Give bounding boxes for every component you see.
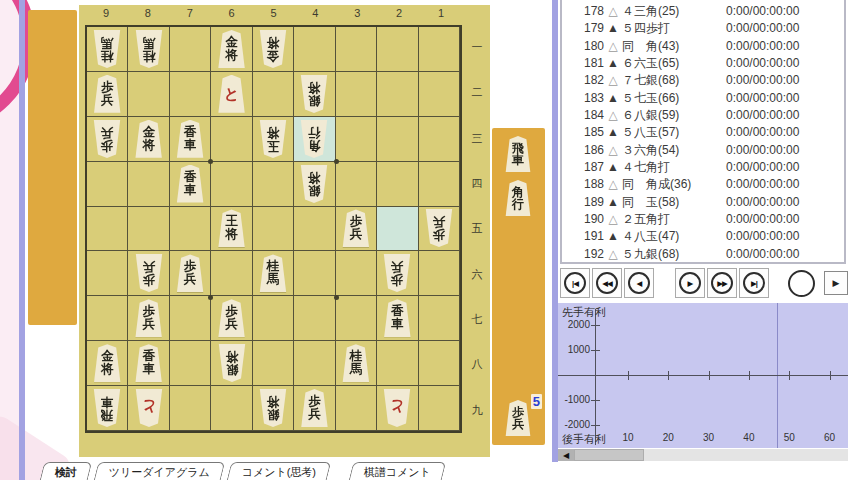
board-cell-87[interactable]: 歩兵: [128, 296, 169, 341]
board-cell-13[interactable]: [419, 117, 460, 162]
board-cell-39[interactable]: [336, 386, 377, 431]
move-time: 0:00/00:00:00: [726, 72, 844, 89]
move-number: 186: [562, 142, 604, 159]
board-cell-77[interactable]: [170, 296, 211, 341]
hand-count: 5: [531, 394, 542, 409]
fast-forward-icon: ▶▶: [711, 272, 733, 294]
bottom-tabs: 検討ツリーダイアグラムコメント(思考)棋譜コメント: [42, 462, 450, 480]
board-cell-91[interactable]: 桂馬: [87, 27, 128, 72]
graph-x-label: 20: [656, 432, 680, 443]
move-row-182[interactable]: 182△７七銀(68)0:00/00:00:00: [562, 72, 844, 89]
board-cell-33[interactable]: [336, 117, 377, 162]
shogi-piece-gote: 金将: [258, 30, 288, 68]
board-cell-29[interactable]: と: [377, 386, 418, 431]
move-row-184[interactable]: 184△６八銀(59)0:00/00:00:00: [562, 107, 844, 124]
board-cell-46[interactable]: [294, 251, 335, 296]
board-cell-18[interactable]: [419, 341, 460, 386]
hoshi-dot: [208, 295, 213, 300]
board-cell-34[interactable]: [336, 162, 377, 207]
move-time: 0:00/00:00:00: [726, 55, 844, 72]
move-number: 180: [562, 38, 604, 55]
skip-to-last-button[interactable]: ▶|: [739, 268, 769, 298]
board-cell-97[interactable]: [87, 296, 128, 341]
board-cell-45[interactable]: [294, 207, 335, 252]
side-mark: ▲: [604, 194, 622, 211]
tab-label: コメント(思考): [242, 465, 316, 480]
app-window: 987654321 桂馬桂馬金将金将歩兵と銀将歩兵金将香車玉将角行香車銀将王将歩…: [0, 0, 848, 480]
side-mark: △: [604, 3, 622, 20]
step-forward-button[interactable]: ▶: [675, 268, 705, 298]
graph-y-label: 2000: [558, 319, 590, 330]
side-mark: △: [604, 72, 622, 89]
graph-label-sente-advantage: 先手有利: [562, 305, 606, 320]
board-cell-82[interactable]: [128, 72, 169, 117]
move-number: 179: [562, 20, 604, 37]
board-cell-88[interactable]: 香車: [128, 341, 169, 386]
move-list[interactable]: 178△４三角(25)0:00/00:00:00179▲５四歩打0:00/00:…: [560, 0, 846, 264]
file-label: 6: [211, 7, 253, 23]
board-cell-44[interactable]: 銀将: [294, 162, 335, 207]
move-number: 191: [562, 228, 604, 245]
move-text: ３六角(54): [622, 142, 726, 159]
board-cell-23[interactable]: [377, 117, 418, 162]
file-label: 3: [336, 7, 378, 23]
board-cell-25[interactable]: [377, 207, 418, 252]
side-mark: △: [604, 38, 622, 55]
graph-y-label: -2000: [558, 419, 590, 430]
board-cell-52[interactable]: [253, 72, 294, 117]
board-cell-72[interactable]: [170, 72, 211, 117]
board-cell-62[interactable]: と: [211, 72, 252, 117]
move-row-183[interactable]: 183▲５七玉(66)0:00/00:00:00: [562, 90, 844, 107]
file-label: 4: [294, 7, 336, 23]
shogi-piece-sente: 香車: [134, 344, 164, 382]
file-label: 7: [169, 7, 211, 23]
board-cell-61[interactable]: 金将: [211, 27, 252, 72]
move-time: 0:00/00:00:00: [726, 124, 844, 141]
move-number: 189: [562, 194, 604, 211]
board-cell-64[interactable]: [211, 162, 252, 207]
rank-label: 七: [467, 297, 487, 342]
move-time: 0:00/00:00:00: [726, 194, 844, 211]
board-cell-24[interactable]: [377, 162, 418, 207]
side-mark: ▲: [604, 55, 622, 72]
shogi-piece-sente: 歩兵: [504, 400, 532, 436]
board-cell-89[interactable]: と: [128, 386, 169, 431]
shogi-piece-gote: 歩兵: [134, 254, 164, 292]
hand-piece-1: 角行: [504, 180, 532, 216]
rank-label: 三: [467, 116, 487, 161]
move-time: 0:00/00:00:00: [726, 142, 844, 159]
file-label: 2: [378, 7, 420, 23]
board-cell-85[interactable]: [128, 207, 169, 252]
move-text: ４七角打: [622, 159, 726, 176]
scrollbar-thumb[interactable]: [574, 449, 644, 461]
move-number: 181: [562, 55, 604, 72]
board-cell-93[interactable]: 歩兵: [87, 117, 128, 162]
board-grid: 桂馬桂馬金将金将歩兵と銀将歩兵金将香車玉将角行香車銀将王将歩兵歩兵歩兵歩兵桂馬歩…: [85, 25, 462, 433]
board-cell-67[interactable]: 歩兵: [211, 296, 252, 341]
playback-controls: |◀◀◀◀▶▶▶▶|▶: [558, 268, 848, 300]
rank-label: 二: [467, 70, 487, 115]
step-forward-icon: ▶: [679, 272, 701, 294]
file-labels: 987654321: [85, 7, 462, 23]
board-cell-78[interactable]: [170, 341, 211, 386]
rank-labels: 一二三四五六七八九: [467, 25, 487, 433]
shogi-piece-gote: 銀将: [299, 165, 329, 203]
board-cell-37[interactable]: [336, 296, 377, 341]
board-cell-96[interactable]: [87, 251, 128, 296]
shogi-piece-sente: 歩兵: [299, 389, 329, 427]
shogi-piece-gote: 桂馬: [134, 30, 164, 68]
hoshi-dot: [334, 159, 339, 164]
shogi-piece-gote: 銀将: [258, 389, 288, 427]
move-number: 188: [562, 176, 604, 193]
shogi-piece-sente: 王将: [217, 209, 247, 247]
graph-x-tick: [668, 371, 669, 380]
shogi-piece-sente: 飛車: [504, 136, 532, 172]
skip-to-first-icon: |◀: [564, 272, 586, 294]
rank-label: 五: [467, 206, 487, 251]
graph-x-tick: [709, 371, 710, 380]
loop-button[interactable]: [786, 268, 816, 298]
board-cell-43[interactable]: 角行: [294, 117, 335, 162]
graph-x-tick: [749, 371, 750, 380]
board-cell-84[interactable]: [128, 162, 169, 207]
board-cell-81[interactable]: 桂馬: [128, 27, 169, 72]
move-time: 0:00/00:00:00: [726, 159, 844, 176]
graph-label-gote-advantage: 後手有利: [562, 432, 606, 447]
file-label: 9: [85, 7, 127, 23]
move-time: 0:00/00:00:00: [726, 3, 844, 20]
graph-y-tick: [591, 400, 600, 401]
board-cell-59[interactable]: 銀将: [253, 386, 294, 431]
move-row-191[interactable]: 191▲４八玉(47)0:00/00:00:00: [562, 228, 844, 245]
board-cell-41[interactable]: [294, 27, 335, 72]
board-cell-21[interactable]: [377, 27, 418, 72]
side-mark: △: [604, 142, 622, 159]
move-text: ４三角(25): [622, 3, 726, 20]
board-cell-19[interactable]: [419, 386, 460, 431]
shogi-piece-sente: 香車: [175, 165, 205, 203]
graph-y-label: 1000: [558, 344, 590, 355]
shogi-piece-sente: 桂馬: [258, 254, 288, 292]
rank-label: 九: [467, 388, 487, 433]
shogi-piece-sente: 歩兵: [134, 299, 164, 337]
side-mark: ▲: [604, 228, 622, 245]
move-row-190[interactable]: 190△２五角打0:00/00:00:00: [562, 211, 844, 228]
move-time: 0:00/00:00:00: [726, 20, 844, 37]
board-cell-53[interactable]: 玉将: [253, 117, 294, 162]
board-cell-66[interactable]: [211, 251, 252, 296]
board-cell-11[interactable]: [419, 27, 460, 72]
graph-x-label: 10: [616, 432, 640, 443]
board-cell-54[interactable]: [253, 162, 294, 207]
move-time: 0:00/00:00:00: [726, 228, 844, 245]
board-cell-42[interactable]: 銀将: [294, 72, 335, 117]
board-cell-14[interactable]: [419, 162, 460, 207]
move-text: 同 角成(36): [622, 176, 726, 193]
board-cell-15[interactable]: 歩兵: [419, 207, 460, 252]
tab-label: ツリーダイアグラム: [109, 465, 210, 480]
tab-3[interactable]: コメント(思考): [227, 462, 332, 480]
move-time: 0:00/00:00:00: [726, 246, 844, 263]
board-cell-63[interactable]: [211, 117, 252, 162]
move-text: 同 玉(58): [622, 194, 726, 211]
tab-2[interactable]: ツリーダイアグラム: [94, 462, 226, 480]
move-row-192[interactable]: 192△５九銀(68)0:00/00:00:00: [562, 246, 844, 263]
shogi-piece-sente: 歩兵: [341, 209, 371, 247]
board-cell-48[interactable]: [294, 341, 335, 386]
move-number: 190: [562, 211, 604, 228]
scroll-left-arrow-icon[interactable]: ◀: [558, 449, 574, 461]
board-cell-32[interactable]: [336, 72, 377, 117]
graph-x-label: 30: [697, 432, 721, 443]
shogi-piece-gote: 飛車: [92, 389, 122, 427]
move-row-186[interactable]: 186△３六角(54)0:00/00:00:00: [562, 142, 844, 159]
move-number: 178: [562, 3, 604, 20]
move-number: 185: [562, 124, 604, 141]
move-text: ７七銀(68): [622, 72, 726, 89]
move-row-185[interactable]: 185▲５八玉(57)0:00/00:00:00: [562, 124, 844, 141]
gote-komadai: [28, 10, 77, 325]
shogi-piece-sente: 金将: [134, 120, 164, 158]
side-mark: △: [604, 246, 622, 263]
hand-piece-2: 歩兵: [504, 400, 532, 436]
shogi-piece-gote: と: [382, 389, 412, 427]
board-cell-55[interactable]: [253, 207, 294, 252]
board-cell-71[interactable]: [170, 27, 211, 72]
loop-icon: [788, 270, 815, 297]
graph-x-tick: [628, 371, 629, 380]
move-row-179[interactable]: 179▲５四歩打0:00/00:00:00: [562, 20, 844, 37]
side-mark: ▲: [604, 90, 622, 107]
shogi-piece-sente: 歩兵: [175, 254, 205, 292]
step-backward-icon: ◀: [628, 272, 650, 294]
move-time: 0:00/00:00:00: [726, 211, 844, 228]
shogi-piece-sente: 角行: [504, 180, 532, 216]
board-cell-68[interactable]: 銀将: [211, 341, 252, 386]
move-time: 0:00/00:00:00: [726, 176, 844, 193]
sente-komadai: 飛車角行歩兵5: [492, 128, 545, 445]
step-backward-button[interactable]: ◀: [624, 268, 654, 298]
move-time: 0:00/00:00:00: [726, 38, 844, 55]
board-cell-83[interactable]: 金将: [128, 117, 169, 162]
move-row-189[interactable]: 189▲同 玉(58)0:00/00:00:00: [562, 194, 844, 211]
board-cell-57[interactable]: [253, 296, 294, 341]
skip-to-first-button[interactable]: |◀: [560, 268, 590, 298]
move-text: ５七玉(66): [622, 90, 726, 107]
hoshi-dot: [208, 159, 213, 164]
move-text: 同 角(43): [622, 38, 726, 55]
shogi-piece-gote: 歩兵: [424, 209, 454, 247]
evaluation-graph: 先手有利 後手有利 20001000-1000-2000102030405060: [558, 303, 848, 448]
fast-backward-button[interactable]: ◀◀: [592, 268, 622, 298]
board-cell-47[interactable]: [294, 296, 335, 341]
side-mark: △: [604, 211, 622, 228]
rank-label: 四: [467, 161, 487, 206]
graph-x-tick: [789, 371, 790, 380]
board-cell-35[interactable]: 歩兵: [336, 207, 377, 252]
rank-label: 八: [467, 342, 487, 387]
graph-x-label: 40: [737, 432, 761, 443]
fast-backward-icon: ◀◀: [596, 272, 618, 294]
move-row-181[interactable]: 181▲６六玉(65)0:00/00:00:00: [562, 55, 844, 72]
shogi-piece-gote: 歩兵: [382, 254, 412, 292]
file-label: 8: [127, 7, 169, 23]
board-cell-56[interactable]: 桂馬: [253, 251, 294, 296]
move-row-188[interactable]: 188△同 角成(36)0:00/00:00:00: [562, 176, 844, 193]
side-mark: ▲: [604, 124, 622, 141]
hand-piece-0: 飛車: [504, 136, 532, 172]
side-mark: △: [604, 176, 622, 193]
move-text: ５四歩打: [622, 20, 726, 37]
board-cell-36[interactable]: [336, 251, 377, 296]
graph-y-tick: [591, 325, 600, 326]
shogi-piece-sente: 桂馬: [341, 344, 371, 382]
board-cell-27[interactable]: 香車: [377, 296, 418, 341]
graph-y-tick: [591, 350, 600, 351]
rank-label: 一: [467, 25, 487, 70]
tab-1[interactable]: 検討: [40, 462, 92, 480]
move-text: ５九銀(68): [622, 246, 726, 263]
shogi-piece-gote: 銀将: [299, 75, 329, 113]
move-number: 182: [562, 72, 604, 89]
board-cell-99[interactable]: 飛車: [87, 386, 128, 431]
move-number: 187: [562, 159, 604, 176]
rank-label: 六: [467, 252, 487, 297]
graph-scrollbar[interactable]: ◀: [558, 449, 848, 461]
move-number: 184: [562, 107, 604, 124]
file-label: 1: [420, 7, 462, 23]
skip-to-last-icon: ▶|: [743, 272, 765, 294]
board-cell-74[interactable]: 香車: [170, 162, 211, 207]
board-cell-65[interactable]: 王将: [211, 207, 252, 252]
board-cell-86[interactable]: 歩兵: [128, 251, 169, 296]
board-cell-58[interactable]: [253, 341, 294, 386]
tab-label: 棋譜コメント: [364, 465, 431, 480]
board-panel: 987654321 桂馬桂馬金将金将歩兵と銀将歩兵金将香車玉将角行香車銀将王将歩…: [79, 5, 490, 457]
move-text: ２五角打: [622, 211, 726, 228]
board-cell-17[interactable]: [419, 296, 460, 341]
board-cell-38[interactable]: 桂馬: [336, 341, 377, 386]
board-cell-76[interactable]: 歩兵: [170, 251, 211, 296]
shogi-piece-gote: 銀将: [217, 344, 247, 382]
side-mark: △: [604, 107, 622, 124]
shogi-piece-gote: 玉将: [258, 120, 288, 158]
board-cell-22[interactable]: [377, 72, 418, 117]
board-cell-95[interactable]: [87, 207, 128, 252]
tab-4[interactable]: 棋譜コメント: [349, 462, 447, 480]
move-row-187[interactable]: 187▲４七角打0:00/00:00:00: [562, 159, 844, 176]
move-time: 0:00/00:00:00: [726, 107, 844, 124]
board-cell-51[interactable]: 金将: [253, 27, 294, 72]
board-cell-28[interactable]: [377, 341, 418, 386]
shogi-piece-gote: 角行: [299, 120, 329, 158]
shogi-piece-gote: と: [134, 389, 164, 427]
shogi-piece-sente: 金将: [217, 30, 247, 68]
board-cell-49[interactable]: 歩兵: [294, 386, 335, 431]
move-text: ４八玉(47): [622, 228, 726, 245]
graph-x-label: 60: [818, 432, 842, 443]
move-text: ５八玉(57): [622, 124, 726, 141]
board-cell-69[interactable]: [211, 386, 252, 431]
shogi-piece-gote: 桂馬: [92, 30, 122, 68]
board-cell-98[interactable]: 金将: [87, 341, 128, 386]
graph-x-label: 50: [777, 432, 801, 443]
board-cell-75[interactable]: [170, 207, 211, 252]
move-number: 183: [562, 90, 604, 107]
fast-forward-button[interactable]: ▶▶: [707, 268, 737, 298]
move-row-180[interactable]: 180△同 角(43)0:00/00:00:00: [562, 38, 844, 55]
left-accent-stripe: [19, 0, 25, 480]
board-cell-12[interactable]: [419, 72, 460, 117]
hoshi-dot: [334, 295, 339, 300]
shogi-piece-gote: 歩兵: [92, 120, 122, 158]
move-row-178[interactable]: 178△４三角(25)0:00/00:00:00: [562, 3, 844, 20]
shogi-piece-sente: 香車: [382, 299, 412, 337]
move-time: 0:00/00:00:00: [726, 90, 844, 107]
side-mark: ▲: [604, 20, 622, 37]
board-cell-94[interactable]: [87, 162, 128, 207]
graph-zero-line: [558, 375, 848, 376]
board-cell-26[interactable]: 歩兵: [377, 251, 418, 296]
file-label: 5: [253, 7, 295, 23]
graph-y-tick: [591, 425, 600, 426]
shogi-piece-sente: 歩兵: [217, 299, 247, 337]
side-mark: ▲: [604, 159, 622, 176]
board-cell-79[interactable]: [170, 386, 211, 431]
board-cell-31[interactable]: [336, 27, 377, 72]
graph-x-tick: [830, 371, 831, 380]
shogi-piece-sente: 歩兵: [92, 75, 122, 113]
move-number: 192: [562, 246, 604, 263]
autoplay-button[interactable]: ▶: [824, 271, 848, 295]
move-text: ６八銀(59): [622, 107, 726, 124]
shogi-piece-sente: 香車: [175, 120, 205, 158]
graph-y-label: -1000: [558, 394, 590, 405]
shogi-piece-sente: 金将: [92, 344, 122, 382]
board-cell-73[interactable]: 香車: [170, 117, 211, 162]
move-text: ６六玉(65): [622, 55, 726, 72]
tab-label: 検討: [55, 465, 77, 480]
shogi-piece-sente: と: [217, 75, 247, 113]
board-cell-16[interactable]: [419, 251, 460, 296]
board-cell-92[interactable]: 歩兵: [87, 72, 128, 117]
